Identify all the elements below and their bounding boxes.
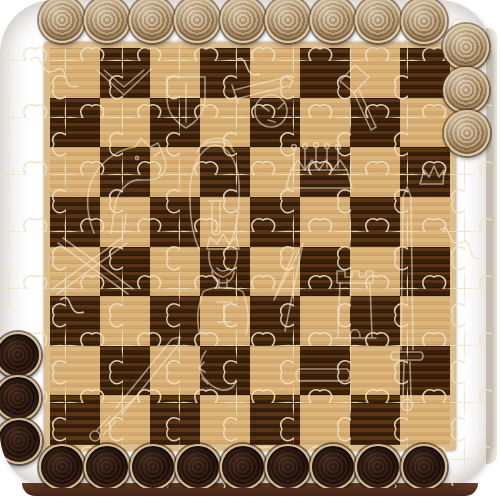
checker-dark-1[interactable]: [0, 332, 41, 378]
square-g4[interactable]: [350, 247, 400, 297]
square-e4[interactable]: [250, 247, 300, 297]
square-b1[interactable]: [100, 395, 150, 445]
checker-dark-8[interactable]: [220, 444, 266, 488]
checker-dark-6[interactable]: [130, 444, 176, 488]
checker-light-1[interactable]: [39, 0, 85, 43]
square-e3[interactable]: [250, 296, 300, 346]
checker-light-3[interactable]: [129, 0, 175, 43]
square-a7[interactable]: [50, 98, 100, 148]
square-b8[interactable]: [100, 48, 150, 98]
checker-light-6[interactable]: [265, 0, 311, 43]
square-e5[interactable]: [250, 197, 300, 247]
square-a5[interactable]: [50, 197, 100, 247]
square-h6[interactable]: [400, 147, 450, 197]
square-e8[interactable]: [250, 48, 300, 98]
square-c3[interactable]: [150, 296, 200, 346]
square-c5[interactable]: [150, 197, 200, 247]
square-f4[interactable]: [300, 247, 350, 297]
square-g5[interactable]: [350, 197, 400, 247]
square-f8[interactable]: [300, 48, 350, 98]
checker-light-4[interactable]: [174, 0, 220, 43]
checker-light-12[interactable]: [444, 110, 490, 156]
square-a1[interactable]: [50, 395, 100, 445]
square-a2[interactable]: [50, 346, 100, 396]
square-h5[interactable]: [400, 197, 450, 247]
checker-dark-11[interactable]: [355, 444, 401, 488]
checker-light-9[interactable]: [401, 0, 447, 44]
square-a6[interactable]: [50, 147, 100, 197]
checker-dark-12[interactable]: [401, 444, 447, 488]
square-g7[interactable]: [350, 98, 400, 148]
checker-light-5[interactable]: [220, 0, 266, 43]
square-h4[interactable]: [400, 247, 450, 297]
square-b5[interactable]: [100, 197, 150, 247]
square-c2[interactable]: [150, 346, 200, 396]
checker-light-2[interactable]: [84, 0, 130, 43]
square-e6[interactable]: [250, 147, 300, 197]
checker-dark-3[interactable]: [0, 418, 42, 464]
square-c4[interactable]: [150, 247, 200, 297]
chessboard-grid: [50, 48, 450, 445]
square-f6[interactable]: [300, 147, 350, 197]
square-f7[interactable]: [300, 98, 350, 148]
puzzle-chessboard: [0, 0, 500, 500]
square-d7[interactable]: [200, 98, 250, 148]
square-e7[interactable]: [250, 98, 300, 148]
square-c7[interactable]: [150, 98, 200, 148]
square-b2[interactable]: [100, 346, 150, 396]
square-h1[interactable]: [400, 395, 450, 445]
square-f5[interactable]: [300, 197, 350, 247]
square-d6[interactable]: [200, 147, 250, 197]
square-b6[interactable]: [100, 147, 150, 197]
square-c8[interactable]: [150, 48, 200, 98]
square-g6[interactable]: [350, 147, 400, 197]
checker-light-10[interactable]: [443, 24, 489, 70]
square-c1[interactable]: [150, 395, 200, 445]
square-b3[interactable]: [100, 296, 150, 346]
checker-light-7[interactable]: [310, 0, 356, 43]
square-g3[interactable]: [350, 296, 400, 346]
square-e1[interactable]: [250, 395, 300, 445]
square-g8[interactable]: [350, 48, 400, 98]
square-d3[interactable]: [200, 296, 250, 346]
checker-dark-4[interactable]: [39, 444, 85, 488]
square-d2[interactable]: [200, 346, 250, 396]
walnut-frame: [0, 0, 492, 488]
square-h7[interactable]: [400, 98, 450, 148]
square-e2[interactable]: [250, 346, 300, 396]
square-f2[interactable]: [300, 346, 350, 396]
square-d4[interactable]: [200, 247, 250, 297]
square-d8[interactable]: [200, 48, 250, 98]
square-d5[interactable]: [200, 197, 250, 247]
square-a3[interactable]: [50, 296, 100, 346]
checker-dark-10[interactable]: [310, 444, 356, 488]
checker-dark-7[interactable]: [175, 444, 221, 488]
square-c6[interactable]: [150, 147, 200, 197]
checker-dark-5[interactable]: [84, 444, 130, 488]
square-b7[interactable]: [100, 98, 150, 148]
square-a8[interactable]: [50, 48, 100, 98]
checker-light-8[interactable]: [355, 0, 401, 43]
checker-dark-9[interactable]: [265, 444, 311, 488]
square-a4[interactable]: [50, 247, 100, 297]
square-f1[interactable]: [300, 395, 350, 445]
square-d1[interactable]: [200, 395, 250, 445]
square-f3[interactable]: [300, 296, 350, 346]
square-h2[interactable]: [400, 346, 450, 396]
checker-dark-2[interactable]: [0, 375, 41, 421]
square-h3[interactable]: [400, 296, 450, 346]
square-g1[interactable]: [350, 395, 400, 445]
square-g2[interactable]: [350, 346, 400, 396]
square-b4[interactable]: [100, 247, 150, 297]
checker-light-11[interactable]: [443, 67, 489, 113]
